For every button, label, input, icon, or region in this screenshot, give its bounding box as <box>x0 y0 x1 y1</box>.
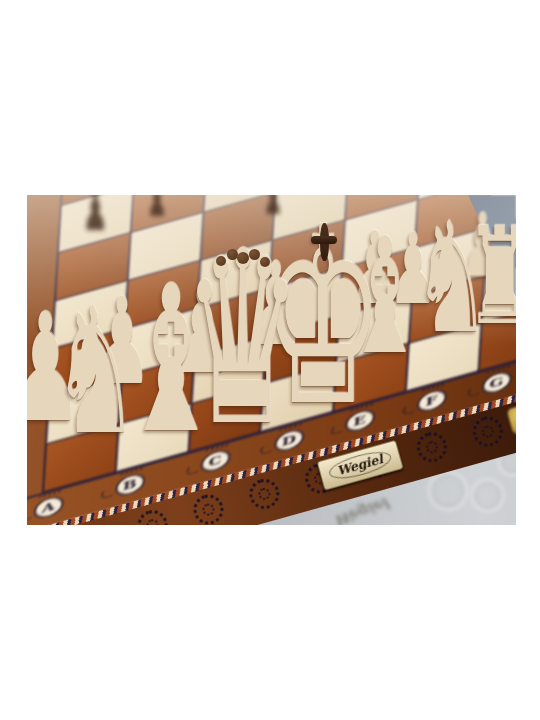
spiral-motif <box>246 476 283 513</box>
file-label-A: A <box>33 494 63 521</box>
spiral-motif <box>190 491 227 525</box>
spiral-motif <box>134 507 171 525</box>
embossed-glass-ring <box>467 475 509 517</box>
queen-crown-dot <box>260 257 270 267</box>
brand-nameplate-text: Wegiel <box>327 447 393 483</box>
king-dark-finial <box>315 223 333 261</box>
queen-crown-dot <box>249 249 260 260</box>
chess-set-photo: ABCDEFG Wegiel Wegiel ♜♟♞♟♝♟♛♟♚♟♝♟♞♟♜♟♟♟ <box>27 195 516 525</box>
spiral-motif <box>78 522 115 525</box>
file-label-D: D <box>274 427 304 454</box>
spiral-motif <box>413 429 450 466</box>
brass-latch <box>507 402 516 435</box>
page-background: ABCDEFG Wegiel Wegiel ♜♟♞♟♝♟♛♟♚♟♝♟♞♟♜♟♟♟ <box>0 0 540 720</box>
file-label-F: F <box>416 387 446 414</box>
file-label-C: C <box>200 448 230 475</box>
file-label-E: E <box>344 407 374 434</box>
queen-crown-dot <box>227 249 238 260</box>
spiral-motif <box>469 413 506 450</box>
file-label-B: B <box>115 471 145 498</box>
queen-crown-dot <box>216 256 226 266</box>
file-label-G: G <box>481 369 511 396</box>
queen-crown-dot <box>237 252 249 264</box>
